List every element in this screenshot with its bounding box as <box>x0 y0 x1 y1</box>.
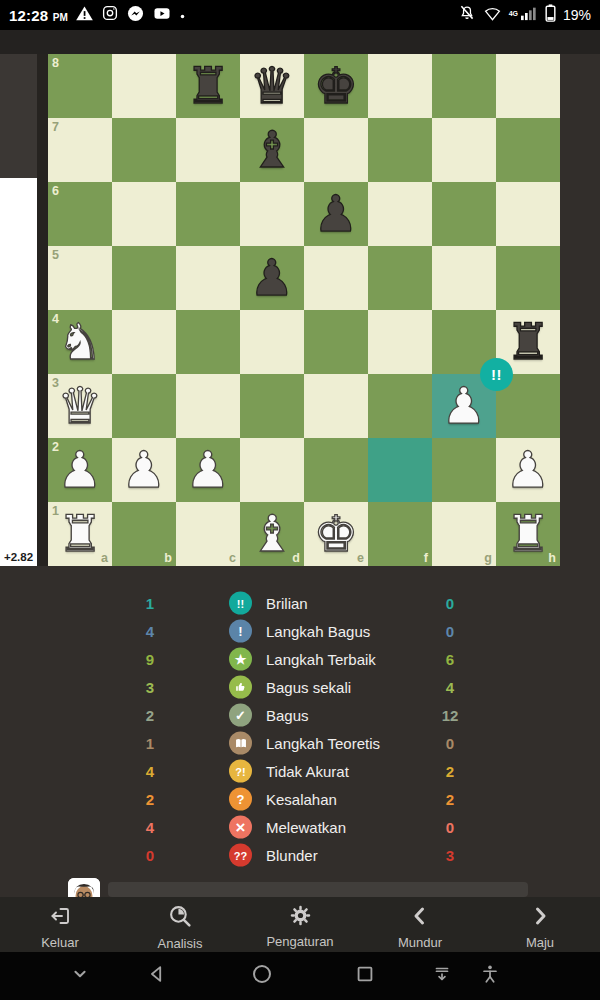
black-pawn-d5[interactable]: ♟ <box>240 246 304 310</box>
miss-icon: × <box>229 816 252 839</box>
wifi-icon <box>483 5 502 26</box>
white-move-count: 1 <box>128 735 172 752</box>
stat-row-inaccuracy: 4?!Tidak Akurat2 <box>0 757 600 785</box>
top-strip <box>0 30 600 54</box>
black-move-count: 0 <box>428 623 472 640</box>
square-b7[interactable] <box>112 118 176 182</box>
rank-label-5: 5 <box>52 248 59 262</box>
move-class-label: Melewatkan <box>266 819 346 836</box>
accessibility-icon[interactable] <box>479 963 501 989</box>
square-f7[interactable] <box>368 118 432 182</box>
white-pawn-b2[interactable]: ♟ <box>112 438 176 502</box>
square-f4[interactable] <box>368 310 432 374</box>
white-move-count: 4 <box>128 763 172 780</box>
black-queen-d8[interactable]: ♛ <box>240 54 304 118</box>
black-move-count: 0 <box>428 819 472 836</box>
stat-row-book: 1Langkah Teoretis0 <box>0 729 600 757</box>
notification-dot-icon <box>179 6 186 24</box>
book-icon <box>229 732 252 755</box>
nav-label-settings: Pengaturan <box>266 934 333 949</box>
white-pawn-h2[interactable]: ♟ <box>496 438 560 502</box>
bell-off-icon <box>458 4 476 26</box>
white-queen-a3[interactable]: ♛ <box>48 374 112 438</box>
chess-board: 8♜♛♚7♝6♟5♟4♞♜3♛♟!!2♟♟♟♟1a♜bcd♝e♚fgh♜ <box>48 54 560 566</box>
square-e4[interactable] <box>304 310 368 374</box>
square-c3[interactable] <box>176 374 240 438</box>
square-b3[interactable] <box>112 374 176 438</box>
square-f5[interactable] <box>368 246 432 310</box>
move-class-label: Blunder <box>266 847 318 864</box>
white-move-count: 1 <box>128 595 172 612</box>
square-a3[interactable]: 3♛ <box>48 374 112 438</box>
square-d7[interactable]: ♝ <box>240 118 304 182</box>
square-e6[interactable]: ♟ <box>304 182 368 246</box>
white-move-count: 9 <box>128 651 172 668</box>
messenger-icon <box>126 4 145 27</box>
white-pawn-a2[interactable]: ♟ <box>48 438 112 502</box>
square-d1[interactable]: d♝ <box>240 502 304 566</box>
move-class-label: Langkah Bagus <box>266 623 370 640</box>
file-label-f: f <box>424 551 428 565</box>
board-left-gap <box>37 54 48 566</box>
move-class-label: Bagus <box>266 707 309 724</box>
square-b6[interactable] <box>112 182 176 246</box>
white-move-count: 4 <box>128 623 172 640</box>
clock-time: 12:28 PM <box>9 7 68 24</box>
square-c1[interactable]: c <box>176 502 240 566</box>
white-move-count: 2 <box>128 707 172 724</box>
evaluation-value: +2.82 <box>0 551 37 563</box>
square-g7[interactable] <box>432 118 496 182</box>
stat-row-miss: 4×Melewatkan0 <box>0 813 600 841</box>
stat-row-check: 2✓Bagus12 <box>0 701 600 729</box>
evaluation-bar: +2.82 <box>0 54 37 566</box>
android-nav-bar <box>0 952 600 1000</box>
square-e1[interactable]: e♚ <box>304 502 368 566</box>
square-e2[interactable] <box>304 438 368 502</box>
square-c8[interactable]: ♜ <box>176 54 240 118</box>
file-label-c: c <box>229 551 236 565</box>
chess-app-screen: 12:28 PM 4G <box>0 0 600 1000</box>
square-g5[interactable] <box>432 246 496 310</box>
instagram-icon <box>101 4 119 26</box>
square-g8[interactable] <box>432 54 496 118</box>
square-f1[interactable]: f <box>368 502 432 566</box>
white-move-count: 2 <box>128 791 172 808</box>
move-class-label: Langkah Teoretis <box>266 735 380 752</box>
square-d6[interactable] <box>240 182 304 246</box>
square-e3[interactable] <box>304 374 368 438</box>
android-home-icon[interactable] <box>250 962 274 990</box>
square-h2[interactable]: ♟ <box>496 438 560 502</box>
black-move-count: 2 <box>428 763 472 780</box>
square-g1[interactable]: g <box>432 502 496 566</box>
thumbs-up-icon <box>229 676 252 699</box>
square-c5[interactable] <box>176 246 240 310</box>
white-rook-h1[interactable]: ♜ <box>496 502 560 566</box>
white-move-count: 3 <box>128 679 172 696</box>
black-pawn-e6[interactable]: ♟ <box>304 182 368 246</box>
square-c7[interactable] <box>176 118 240 182</box>
nav-label-forward: Maju <box>526 935 554 950</box>
black-move-count: 6 <box>428 651 472 668</box>
move-class-label: Kesalahan <box>266 791 337 808</box>
android-recents-icon[interactable] <box>354 963 376 989</box>
white-pawn-c2[interactable]: ♟ <box>176 438 240 502</box>
blunder-icon: ?? <box>229 844 252 867</box>
file-label-g: g <box>484 551 492 565</box>
square-a2[interactable]: 2♟ <box>48 438 112 502</box>
square-a4[interactable]: 4♞ <box>48 310 112 374</box>
square-d3[interactable] <box>240 374 304 438</box>
square-c2[interactable]: ♟ <box>176 438 240 502</box>
square-a1[interactable]: 1a♜ <box>48 502 112 566</box>
stat-row-brilliant: 1!!Brilian0 <box>0 589 600 617</box>
stat-row-mistake: 2?Kesalahan2 <box>0 785 600 813</box>
inaccuracy-icon: ?! <box>229 760 252 783</box>
white-rook-a1[interactable]: ♜ <box>48 502 112 566</box>
square-a5[interactable]: 5 <box>48 246 112 310</box>
great-move-icon: ! <box>229 620 252 643</box>
board-area: +2.82 8♜♛♚7♝6♟5♟4♞♜3♛♟!!2♟♟♟♟1a♜bcd♝e♚fg… <box>0 54 600 566</box>
settings-button[interactable]: Pengaturan <box>240 897 360 952</box>
stat-row-thumbs-up: 3Bagus sekali4 <box>0 673 600 701</box>
signal-4g-icon <box>520 5 538 25</box>
square-f6[interactable] <box>368 182 432 246</box>
logout-icon <box>48 904 72 932</box>
move-class-label: Bagus sekali <box>266 679 351 696</box>
square-h6[interactable] <box>496 182 560 246</box>
square-b2[interactable]: ♟ <box>112 438 176 502</box>
rank-label-7: 7 <box>52 120 59 134</box>
square-c6[interactable] <box>176 182 240 246</box>
move-class-label: Langkah Terbaik <box>266 651 376 668</box>
square-d5[interactable]: ♟ <box>240 246 304 310</box>
stat-row-best-move: 9★Langkah Terbaik6 <box>0 645 600 673</box>
best-move-icon: ★ <box>229 648 252 671</box>
pulldown-icon[interactable] <box>431 963 453 989</box>
square-a6[interactable]: 6 <box>48 182 112 246</box>
forward-move-button[interactable]: Maju <box>480 897 600 952</box>
square-a7[interactable]: 7 <box>48 118 112 182</box>
move-stats-list: 1!!Brilian04!Langkah Bagus09★Langkah Ter… <box>0 589 600 869</box>
square-f8[interactable] <box>368 54 432 118</box>
square-g3[interactable]: ♟!! <box>432 374 496 438</box>
eval-bar-dark <box>0 54 37 178</box>
nav-label-analysis: Analisis <box>158 936 203 951</box>
white-knight-a4[interactable]: ♞ <box>48 310 112 374</box>
square-g6[interactable] <box>432 182 496 246</box>
check-icon: ✓ <box>229 704 252 727</box>
square-e7[interactable] <box>304 118 368 182</box>
white-move-count: 0 <box>128 847 172 864</box>
android-back-icon[interactable] <box>146 963 168 989</box>
brilliant-icon: !! <box>229 592 252 615</box>
bottom-nav: Keluar Analisis Pengaturan Mundur Maju <box>0 897 600 952</box>
black-move-count: 2 <box>428 791 472 808</box>
move-class-label: Tidak Akurat <box>266 763 349 780</box>
square-b5[interactable] <box>112 246 176 310</box>
exit-button[interactable]: Keluar <box>0 897 120 952</box>
black-move-count: 12 <box>428 707 472 724</box>
move-class-label: Brilian <box>266 595 308 612</box>
back-move-button[interactable]: Mundur <box>360 897 480 952</box>
move-progress-track[interactable] <box>108 882 528 897</box>
move-stats-panel: 1!!Brilian04!Langkah Bagus09★Langkah Ter… <box>0 566 600 897</box>
stat-row-blunder: 0??Blunder3 <box>0 841 600 869</box>
rank-label-6: 6 <box>52 184 59 198</box>
status-bar: 12:28 PM 4G <box>0 0 600 30</box>
square-h7[interactable] <box>496 118 560 182</box>
collapse-chevron-icon[interactable] <box>69 963 91 989</box>
square-b4[interactable] <box>112 310 176 374</box>
nav-label-exit: Keluar <box>41 935 79 950</box>
square-d8[interactable]: ♛ <box>240 54 304 118</box>
square-a8[interactable]: 8 <box>48 54 112 118</box>
nav-label-back: Mundur <box>398 935 442 950</box>
white-bishop-d1[interactable]: ♝ <box>240 502 304 566</box>
white-king-e1[interactable]: ♚ <box>304 502 368 566</box>
black-move-count: 4 <box>428 679 472 696</box>
brilliant-move-badge: !! <box>480 358 513 391</box>
black-bishop-d7[interactable]: ♝ <box>240 118 304 182</box>
network-type-label: 4G <box>509 10 518 17</box>
black-king-e8[interactable]: ♚ <box>304 54 368 118</box>
square-e8[interactable]: ♚ <box>304 54 368 118</box>
battery-percent: 19% <box>563 7 591 23</box>
square-d4[interactable] <box>240 310 304 374</box>
square-f2[interactable] <box>368 438 432 502</box>
settings-gear-icon <box>289 904 312 931</box>
square-h1[interactable]: h♜ <box>496 502 560 566</box>
analysis-icon <box>168 904 193 933</box>
rank-label-8: 8 <box>52 56 59 70</box>
file-label-b: b <box>164 551 172 565</box>
analysis-button[interactable]: Analisis <box>120 897 240 952</box>
square-h8[interactable] <box>496 54 560 118</box>
mistake-icon: ? <box>229 788 252 811</box>
forward-chevron-icon <box>528 904 552 932</box>
black-move-count: 0 <box>428 595 472 612</box>
square-f3[interactable] <box>368 374 432 438</box>
white-move-count: 4 <box>128 819 172 836</box>
warning-icon <box>75 4 94 27</box>
square-d2[interactable] <box>240 438 304 502</box>
square-c4[interactable] <box>176 310 240 374</box>
square-e5[interactable] <box>304 246 368 310</box>
square-h5[interactable] <box>496 246 560 310</box>
youtube-icon <box>152 4 172 27</box>
square-b1[interactable]: b <box>112 502 176 566</box>
black-rook-c8[interactable]: ♜ <box>176 54 240 118</box>
stat-row-great-move: 4!Langkah Bagus0 <box>0 617 600 645</box>
black-move-count: 0 <box>428 735 472 752</box>
black-move-count: 3 <box>428 847 472 864</box>
square-g2[interactable] <box>432 438 496 502</box>
square-b8[interactable] <box>112 54 176 118</box>
back-chevron-icon <box>408 904 432 932</box>
battery-icon <box>545 4 556 26</box>
